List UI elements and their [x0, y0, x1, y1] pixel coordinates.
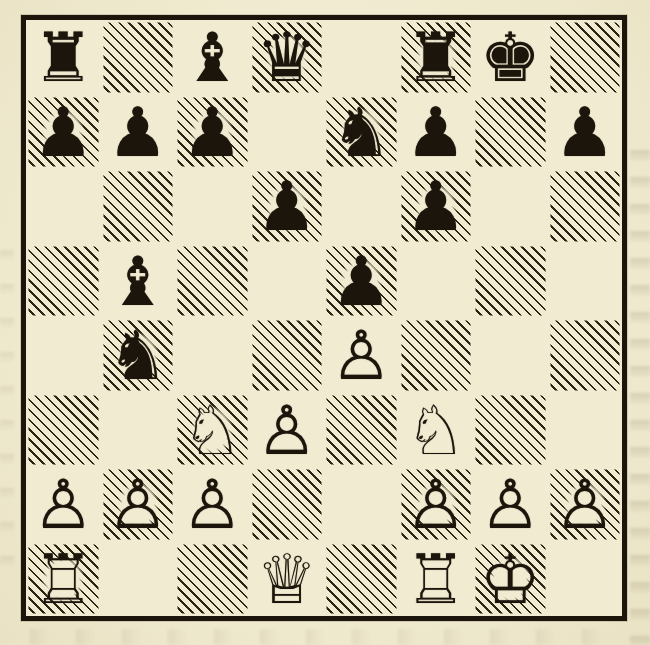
white-pawn-piece: ♙ [480, 468, 541, 542]
square-d7 [250, 95, 325, 170]
white-king-piece: ♔ [480, 543, 541, 617]
square-c1 [175, 542, 250, 617]
square-b3 [101, 393, 176, 468]
square-d4 [250, 318, 325, 393]
page-bleedthrough-bottom [30, 629, 610, 645]
black-pawn-piece: ♟ [331, 245, 392, 319]
black-pawn-piece: ♟ [107, 96, 168, 170]
square-g5 [473, 244, 548, 319]
square-c5 [175, 244, 250, 319]
square-h7: ♟ [548, 95, 623, 170]
square-g4 [473, 318, 548, 393]
page-bleedthrough-right [630, 150, 650, 645]
square-d8: ♛ [250, 20, 325, 95]
black-knight-piece: ♞ [331, 96, 392, 170]
black-king-piece: ♚ [480, 21, 541, 95]
square-f1: ♖ [399, 542, 474, 617]
square-b8 [101, 20, 176, 95]
square-h5 [548, 244, 623, 319]
white-rook-piece: ♖ [33, 543, 94, 617]
square-a1: ♖ [26, 542, 101, 617]
square-f3: ♘ [399, 393, 474, 468]
square-e6 [324, 169, 399, 244]
square-f5 [399, 244, 474, 319]
white-knight-piece: ♘ [182, 394, 243, 468]
square-f2: ♙ [399, 467, 474, 542]
square-a8: ♜ [26, 20, 101, 95]
square-b7: ♟ [101, 95, 176, 170]
square-d2 [250, 467, 325, 542]
square-f6: ♟ [399, 169, 474, 244]
square-f8: ♜ [399, 20, 474, 95]
white-pawn-piece: ♙ [554, 468, 615, 542]
chess-board-grid: ♜♝♛♜♚♟♟♟♞♟♟♟♟♝♟♞♙♘♙♘♙♙♙♙♙♙♖♕♖♔ [26, 20, 622, 616]
square-d5 [250, 244, 325, 319]
black-bishop-piece: ♝ [182, 21, 243, 95]
black-pawn-piece: ♟ [256, 170, 317, 244]
square-g8: ♚ [473, 20, 548, 95]
square-h2: ♙ [548, 467, 623, 542]
square-a3 [26, 393, 101, 468]
square-c7: ♟ [175, 95, 250, 170]
square-g6 [473, 169, 548, 244]
square-a5 [26, 244, 101, 319]
square-e8 [324, 20, 399, 95]
square-e2 [324, 467, 399, 542]
square-a4 [26, 318, 101, 393]
square-c2: ♙ [175, 467, 250, 542]
square-e5: ♟ [324, 244, 399, 319]
black-pawn-piece: ♟ [405, 96, 466, 170]
square-b6 [101, 169, 176, 244]
page-bleedthrough-left [0, 250, 14, 580]
white-rook-piece: ♖ [405, 543, 466, 617]
square-d1: ♕ [250, 542, 325, 617]
square-g1: ♔ [473, 542, 548, 617]
chess-board-frame: ♜♝♛♜♚♟♟♟♞♟♟♟♟♝♟♞♙♘♙♘♙♙♙♙♙♙♖♕♖♔ [21, 15, 627, 621]
square-c4 [175, 318, 250, 393]
square-b5: ♝ [101, 244, 176, 319]
black-bishop-piece: ♝ [107, 245, 168, 319]
square-e1 [324, 542, 399, 617]
square-e4: ♙ [324, 318, 399, 393]
black-knight-piece: ♞ [107, 319, 168, 393]
white-pawn-piece: ♙ [33, 468, 94, 542]
white-knight-piece: ♘ [405, 394, 466, 468]
white-pawn-piece: ♙ [405, 468, 466, 542]
square-h8 [548, 20, 623, 95]
white-queen-piece: ♕ [256, 543, 317, 617]
square-e7: ♞ [324, 95, 399, 170]
square-f7: ♟ [399, 95, 474, 170]
square-h3 [548, 393, 623, 468]
black-pawn-piece: ♟ [33, 96, 94, 170]
black-queen-piece: ♛ [256, 21, 317, 95]
white-pawn-piece: ♙ [331, 319, 392, 393]
white-pawn-piece: ♙ [182, 468, 243, 542]
white-pawn-piece: ♙ [107, 468, 168, 542]
black-rook-piece: ♜ [405, 21, 466, 95]
black-rook-piece: ♜ [33, 21, 94, 95]
square-e3 [324, 393, 399, 468]
square-h6 [548, 169, 623, 244]
square-b1 [101, 542, 176, 617]
white-pawn-piece: ♙ [256, 394, 317, 468]
square-b2: ♙ [101, 467, 176, 542]
black-pawn-piece: ♟ [182, 96, 243, 170]
square-h1 [548, 542, 623, 617]
square-g7 [473, 95, 548, 170]
square-d6: ♟ [250, 169, 325, 244]
square-h4 [548, 318, 623, 393]
square-g2: ♙ [473, 467, 548, 542]
black-pawn-piece: ♟ [405, 170, 466, 244]
square-c3: ♘ [175, 393, 250, 468]
square-d3: ♙ [250, 393, 325, 468]
square-a6 [26, 169, 101, 244]
square-c6 [175, 169, 250, 244]
square-g3 [473, 393, 548, 468]
black-pawn-piece: ♟ [554, 96, 615, 170]
square-b4: ♞ [101, 318, 176, 393]
square-c8: ♝ [175, 20, 250, 95]
square-f4 [399, 318, 474, 393]
square-a2: ♙ [26, 467, 101, 542]
square-a7: ♟ [26, 95, 101, 170]
